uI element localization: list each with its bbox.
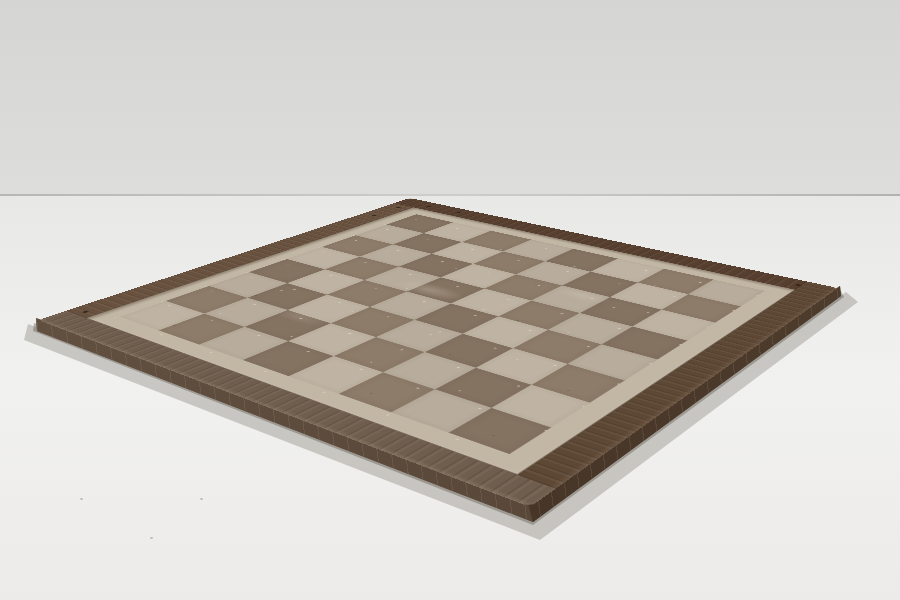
floor-speck [150,537,153,539]
floor-speck [200,498,203,500]
background-wall [0,0,900,196]
scene [0,0,900,600]
floor-speck [80,498,83,500]
